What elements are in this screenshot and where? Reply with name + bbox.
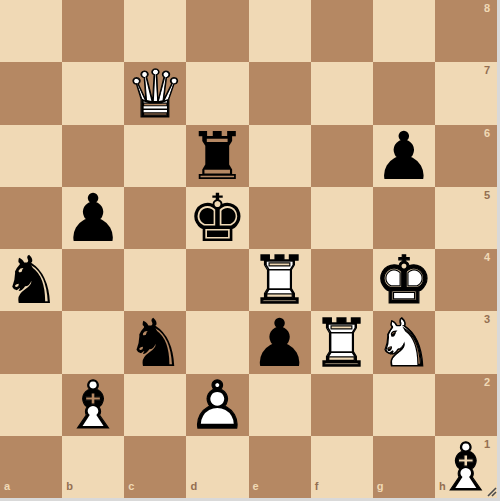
file-label-f: f: [315, 481, 319, 492]
square-c6[interactable]: [124, 125, 186, 187]
white-rook[interactable]: ♜♖: [249, 249, 311, 311]
square-g3[interactable]: ♞♘: [373, 311, 435, 373]
square-d7[interactable]: [186, 62, 248, 124]
square-g5[interactable]: [373, 187, 435, 249]
black-knight-glyph: ♞: [126, 311, 185, 377]
square-d8[interactable]: [186, 0, 248, 62]
square-a2[interactable]: [0, 374, 62, 436]
black-rook[interactable]: ♜: [186, 125, 248, 187]
square-g4[interactable]: ♚♔: [373, 249, 435, 311]
white-knight-glyph: ♞: [374, 311, 433, 377]
white-king-outline: ♔: [374, 248, 433, 314]
square-a3[interactable]: [0, 311, 62, 373]
file-label-e: e: [253, 481, 259, 492]
square-b7[interactable]: [62, 62, 124, 124]
file-label-b: b: [66, 481, 73, 492]
square-e6[interactable]: [249, 125, 311, 187]
white-king[interactable]: ♚♔: [373, 249, 435, 311]
square-g6[interactable]: ♟: [373, 125, 435, 187]
rank-label-8: 8: [484, 3, 490, 14]
square-f5[interactable]: [311, 187, 373, 249]
rank-label-1: 1: [484, 439, 490, 450]
black-king[interactable]: ♚: [186, 187, 248, 249]
square-e7[interactable]: [249, 62, 311, 124]
white-knight[interactable]: ♞♘: [373, 311, 435, 373]
rank-label-7: 7: [484, 65, 490, 76]
rank-label-6: 6: [484, 128, 490, 139]
square-b6[interactable]: [62, 125, 124, 187]
black-pawn-glyph: ♟: [374, 124, 433, 190]
chess-board-window: ♛♕♜♟♟♚♞♜♖♚♔♞♟♜♖♞♘♝♗♟♙♝♗87654321abcdefgh: [0, 0, 500, 501]
file-label-d: d: [190, 481, 197, 492]
rank-label-3: 3: [484, 314, 490, 325]
square-f7[interactable]: [311, 62, 373, 124]
square-d6[interactable]: ♜: [186, 125, 248, 187]
square-b2[interactable]: ♝♗: [62, 374, 124, 436]
black-pawn-glyph: ♟: [250, 311, 309, 377]
white-knight-outline: ♘: [374, 311, 433, 377]
rank-label-2: 2: [484, 377, 490, 388]
square-e4[interactable]: ♜♖: [249, 249, 311, 311]
white-rook-outline: ♖: [250, 248, 309, 314]
square-f2[interactable]: [311, 374, 373, 436]
white-rook-glyph: ♜: [250, 248, 309, 314]
white-rook[interactable]: ♜♖: [311, 311, 373, 373]
square-g2[interactable]: [373, 374, 435, 436]
black-knight[interactable]: ♞: [0, 249, 62, 311]
square-f6[interactable]: [311, 125, 373, 187]
white-bishop[interactable]: ♝♗: [62, 374, 124, 436]
square-e5[interactable]: [249, 187, 311, 249]
black-pawn-glyph: ♟: [64, 186, 123, 252]
square-c3[interactable]: ♞: [124, 311, 186, 373]
white-rook-glyph: ♜: [312, 311, 371, 377]
square-a8[interactable]: [0, 0, 62, 62]
square-d4[interactable]: [186, 249, 248, 311]
resize-handle-icon[interactable]: [485, 485, 497, 497]
square-f3[interactable]: ♜♖: [311, 311, 373, 373]
square-c4[interactable]: [124, 249, 186, 311]
square-f4[interactable]: [311, 249, 373, 311]
square-c7[interactable]: ♛♕: [124, 62, 186, 124]
square-b3[interactable]: [62, 311, 124, 373]
square-c5[interactable]: [124, 187, 186, 249]
white-pawn-glyph: ♟: [188, 373, 247, 439]
rank-label-5: 5: [484, 190, 490, 201]
square-b4[interactable]: [62, 249, 124, 311]
square-f1[interactable]: [311, 436, 373, 498]
square-b8[interactable]: [62, 0, 124, 62]
white-queen-glyph: ♛: [126, 62, 185, 128]
square-e8[interactable]: [249, 0, 311, 62]
square-c8[interactable]: [124, 0, 186, 62]
white-queen[interactable]: ♛♕: [124, 62, 186, 124]
black-pawn[interactable]: ♟: [373, 125, 435, 187]
square-a4[interactable]: ♞: [0, 249, 62, 311]
board: ♛♕♜♟♟♚♞♜♖♚♔♞♟♜♖♞♘♝♗♟♙♝♗87654321abcdefgh: [0, 0, 497, 498]
square-d3[interactable]: [186, 311, 248, 373]
square-g7[interactable]: [373, 62, 435, 124]
rank-label-4: 4: [484, 252, 490, 263]
square-e3[interactable]: ♟: [249, 311, 311, 373]
black-knight-glyph: ♞: [1, 248, 60, 314]
white-rook-outline: ♖: [312, 311, 371, 377]
black-pawn[interactable]: ♟: [249, 311, 311, 373]
file-label-c: c: [128, 481, 134, 492]
white-king-glyph: ♚: [374, 248, 433, 314]
black-rook-glyph: ♜: [188, 124, 247, 190]
file-label-h: h: [439, 481, 446, 492]
square-d5[interactable]: ♚: [186, 187, 248, 249]
file-label-g: g: [377, 481, 384, 492]
white-pawn-outline: ♙: [188, 373, 247, 439]
black-knight[interactable]: ♞: [124, 311, 186, 373]
square-a6[interactable]: [0, 125, 62, 187]
white-queen-outline: ♕: [126, 62, 185, 128]
square-g8[interactable]: [373, 0, 435, 62]
black-pawn[interactable]: ♟: [62, 187, 124, 249]
black-king-glyph: ♚: [188, 186, 247, 252]
square-b5[interactable]: ♟: [62, 187, 124, 249]
file-label-a: a: [4, 481, 10, 492]
white-pawn[interactable]: ♟♙: [186, 374, 248, 436]
square-e2[interactable]: [249, 374, 311, 436]
square-f8[interactable]: [311, 0, 373, 62]
white-bishop-glyph: ♝: [64, 373, 123, 439]
white-bishop-outline: ♗: [64, 373, 123, 439]
square-d2[interactable]: ♟♙: [186, 374, 248, 436]
square-a5[interactable]: [0, 187, 62, 249]
square-a7[interactable]: [0, 62, 62, 124]
square-c2[interactable]: [124, 374, 186, 436]
